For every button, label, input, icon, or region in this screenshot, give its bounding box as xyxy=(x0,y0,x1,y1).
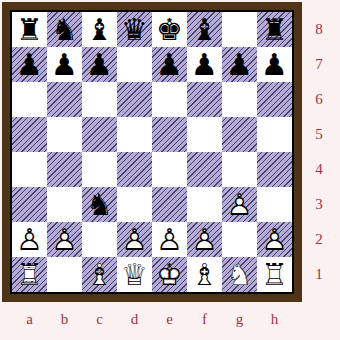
square-f2[interactable]: ♟♙ xyxy=(187,222,222,257)
white-bishop-f1[interactable]: ♝♗ xyxy=(187,257,222,292)
square-d7[interactable] xyxy=(117,47,152,82)
file-label-a: a xyxy=(12,305,47,333)
file-label-c: c xyxy=(82,305,117,333)
white-pawn-g3[interactable]: ♟♙ xyxy=(222,187,257,222)
black-knight-c3[interactable]: ♞ xyxy=(82,187,117,222)
square-e1[interactable]: ♚♔ xyxy=(152,257,187,292)
white-piece-outline: ♙ xyxy=(121,225,148,255)
white-piece-outline: ♙ xyxy=(261,225,288,255)
white-pawn-b2[interactable]: ♟♙ xyxy=(47,222,82,257)
square-c2[interactable] xyxy=(82,222,117,257)
rank-label-1: 1 xyxy=(304,257,334,292)
square-c6[interactable] xyxy=(82,82,117,117)
square-d3[interactable] xyxy=(117,187,152,222)
square-f6[interactable] xyxy=(187,82,222,117)
square-h7[interactable]: ♟ xyxy=(257,47,292,82)
black-king-e8[interactable]: ♚ xyxy=(152,12,187,47)
white-pawn-d2[interactable]: ♟♙ xyxy=(117,222,152,257)
square-f7[interactable]: ♟ xyxy=(187,47,222,82)
square-c7[interactable]: ♟ xyxy=(82,47,117,82)
square-e2[interactable]: ♟♙ xyxy=(152,222,187,257)
black-pawn-g7[interactable]: ♟ xyxy=(222,47,257,82)
rank-label-4: 4 xyxy=(304,152,334,187)
black-pawn-a7[interactable]: ♟ xyxy=(12,47,47,82)
square-b5[interactable] xyxy=(47,117,82,152)
rank-label-3: 3 xyxy=(304,187,334,222)
white-king-e1[interactable]: ♚♔ xyxy=(152,257,187,292)
white-piece-outline: ♗ xyxy=(86,260,113,290)
square-d4[interactable] xyxy=(117,152,152,187)
white-piece-outline: ♔ xyxy=(156,260,183,290)
square-e8[interactable]: ♚ xyxy=(152,12,187,47)
square-f5[interactable] xyxy=(187,117,222,152)
white-pawn-h2[interactable]: ♟♙ xyxy=(257,222,292,257)
square-a7[interactable]: ♟ xyxy=(12,47,47,82)
square-h5[interactable] xyxy=(257,117,292,152)
square-b4[interactable] xyxy=(47,152,82,187)
square-e6[interactable] xyxy=(152,82,187,117)
square-a8[interactable]: ♜ xyxy=(12,12,47,47)
file-label-f: f xyxy=(187,305,222,333)
square-g4[interactable] xyxy=(222,152,257,187)
white-piece-outline: ♙ xyxy=(16,225,43,255)
square-a5[interactable] xyxy=(12,117,47,152)
rank-label-6: 6 xyxy=(304,82,334,117)
square-g7[interactable]: ♟ xyxy=(222,47,257,82)
black-knight-b8[interactable]: ♞ xyxy=(47,12,82,47)
file-label-d: d xyxy=(117,305,152,333)
square-a3[interactable] xyxy=(12,187,47,222)
rank-labels: 87654321 xyxy=(304,12,334,292)
square-f3[interactable] xyxy=(187,187,222,222)
white-knight-g1[interactable]: ♞♘ xyxy=(222,257,257,292)
square-b3[interactable] xyxy=(47,187,82,222)
black-rook-a8[interactable]: ♜ xyxy=(12,12,47,47)
square-c1[interactable]: ♝♗ xyxy=(82,257,117,292)
black-pawn-f7[interactable]: ♟ xyxy=(187,47,222,82)
black-pawn-c7[interactable]: ♟ xyxy=(82,47,117,82)
square-g1[interactable]: ♞♘ xyxy=(222,257,257,292)
square-h8[interactable]: ♜ xyxy=(257,12,292,47)
file-label-b: b xyxy=(47,305,82,333)
rank-label-8: 8 xyxy=(304,12,334,47)
square-g6[interactable] xyxy=(222,82,257,117)
chess-board: ♜♞♝♛♚♝♜♟♟♟♟♟♟♟♞♟♙♟♙♟♙♟♙♟♙♟♙♟♙♜♖♝♗♛♕♚♔♝♗♞… xyxy=(2,2,302,302)
rank-label-7: 7 xyxy=(304,47,334,82)
square-c3[interactable]: ♞ xyxy=(82,187,117,222)
square-g8[interactable] xyxy=(222,12,257,47)
white-queen-d1[interactable]: ♛♕ xyxy=(117,257,152,292)
square-h6[interactable] xyxy=(257,82,292,117)
square-h3[interactable] xyxy=(257,187,292,222)
white-pawn-e2[interactable]: ♟♙ xyxy=(152,222,187,257)
square-d1[interactable]: ♛♕ xyxy=(117,257,152,292)
square-b7[interactable]: ♟ xyxy=(47,47,82,82)
square-g2[interactable] xyxy=(222,222,257,257)
square-c5[interactable] xyxy=(82,117,117,152)
square-h2[interactable]: ♟♙ xyxy=(257,222,292,257)
white-piece-outline: ♗ xyxy=(191,260,218,290)
square-f8[interactable]: ♝ xyxy=(187,12,222,47)
black-queen-d8[interactable]: ♛ xyxy=(117,12,152,47)
white-bishop-c1[interactable]: ♝♗ xyxy=(82,257,117,292)
file-label-h: h xyxy=(257,305,292,333)
white-rook-h1[interactable]: ♜♖ xyxy=(257,257,292,292)
square-c4[interactable] xyxy=(82,152,117,187)
rank-label-5: 5 xyxy=(304,117,334,152)
file-labels: abcdefgh xyxy=(12,305,292,333)
white-rook-a1[interactable]: ♜♖ xyxy=(12,257,47,292)
square-a1[interactable]: ♜♖ xyxy=(12,257,47,292)
file-label-g: g xyxy=(222,305,257,333)
black-bishop-f8[interactable]: ♝ xyxy=(187,12,222,47)
square-h1[interactable]: ♜♖ xyxy=(257,257,292,292)
black-pawn-h7[interactable]: ♟ xyxy=(257,47,292,82)
white-piece-outline: ♕ xyxy=(121,260,148,290)
square-e7[interactable]: ♟ xyxy=(152,47,187,82)
white-pawn-a2[interactable]: ♟♙ xyxy=(12,222,47,257)
square-d5[interactable] xyxy=(117,117,152,152)
square-d2[interactable]: ♟♙ xyxy=(117,222,152,257)
white-piece-outline: ♖ xyxy=(261,260,288,290)
white-piece-outline: ♙ xyxy=(226,190,253,220)
square-c8[interactable]: ♝ xyxy=(82,12,117,47)
black-pawn-b7[interactable]: ♟ xyxy=(47,47,82,82)
square-g3[interactable]: ♟♙ xyxy=(222,187,257,222)
black-bishop-c8[interactable]: ♝ xyxy=(82,12,117,47)
square-f1[interactable]: ♝♗ xyxy=(187,257,222,292)
black-rook-h8[interactable]: ♜ xyxy=(257,12,292,47)
square-b1[interactable] xyxy=(47,257,82,292)
square-h4[interactable] xyxy=(257,152,292,187)
rank-label-2: 2 xyxy=(304,222,334,257)
square-b6[interactable] xyxy=(47,82,82,117)
board-grid: ♜♞♝♛♚♝♜♟♟♟♟♟♟♟♞♟♙♟♙♟♙♟♙♟♙♟♙♟♙♜♖♝♗♛♕♚♔♝♗♞… xyxy=(12,12,292,292)
black-pawn-e7[interactable]: ♟ xyxy=(152,47,187,82)
white-piece-outline: ♖ xyxy=(16,260,43,290)
square-g5[interactable] xyxy=(222,117,257,152)
square-e4[interactable] xyxy=(152,152,187,187)
square-d8[interactable]: ♛ xyxy=(117,12,152,47)
square-a6[interactable] xyxy=(12,82,47,117)
square-e5[interactable] xyxy=(152,117,187,152)
white-piece-outline: ♙ xyxy=(191,225,218,255)
white-piece-outline: ♙ xyxy=(156,225,183,255)
square-b8[interactable]: ♞ xyxy=(47,12,82,47)
white-piece-outline: ♙ xyxy=(51,225,78,255)
square-f4[interactable] xyxy=(187,152,222,187)
square-a4[interactable] xyxy=(12,152,47,187)
white-pawn-f2[interactable]: ♟♙ xyxy=(187,222,222,257)
square-b2[interactable]: ♟♙ xyxy=(47,222,82,257)
white-piece-outline: ♘ xyxy=(226,260,253,290)
square-d6[interactable] xyxy=(117,82,152,117)
file-label-e: e xyxy=(152,305,187,333)
square-e3[interactable] xyxy=(152,187,187,222)
square-a2[interactable]: ♟♙ xyxy=(12,222,47,257)
